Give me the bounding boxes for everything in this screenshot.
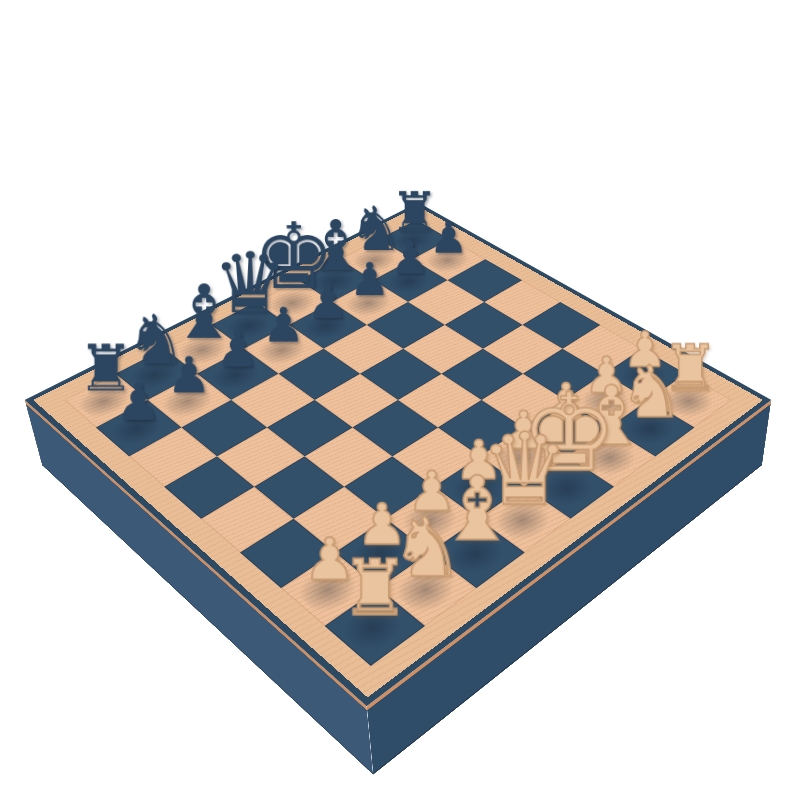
board-rim: ♜♟♟♜♞♟♟♞♝♟♟♝♚♟♟♚♛♟♟♛♝♟♟♝♞♟♟♞♜♟♟♜ <box>25 202 772 706</box>
board-wood-frame: ♜♟♟♜♞♟♟♞♝♟♟♝♚♟♟♚♛♟♟♛♝♟♟♝♞♟♟♞♜♟♟♜ <box>33 206 763 697</box>
board-squares: ♜♟♟♜♞♟♟♞♝♟♟♝♚♟♟♚♛♟♟♛♝♟♟♝♞♟♟♞♜♟♟♜ <box>64 220 732 666</box>
scene: ♜♟♟♜♞♟♟♞♝♟♟♝♚♟♟♚♛♟♟♛♝♟♟♝♞♟♟♞♜♟♟♜ <box>0 0 800 800</box>
square-a5[interactable] <box>164 456 254 518</box>
square-a1[interactable]: ♜ <box>325 588 425 666</box>
piece-black-pawn[interactable]: ♟ <box>67 376 210 427</box>
piece-white-rook[interactable]: ♜ <box>291 549 459 626</box>
chess-board: ♜♟♟♜♞♟♟♞♝♟♟♝♚♟♟♚♛♟♟♛♝♟♟♝♞♟♟♞♜♟♟♜ <box>25 202 772 706</box>
